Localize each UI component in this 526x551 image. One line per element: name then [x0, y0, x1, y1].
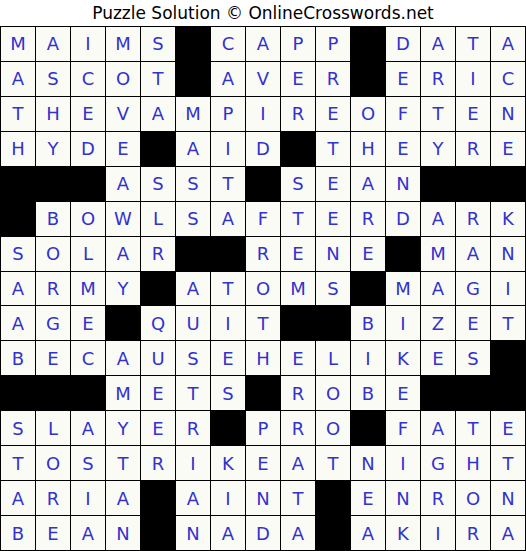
cell-r3-c6: M [176, 97, 210, 131]
cell-r5-c6: S [176, 167, 210, 201]
cell-r12-c12: F [386, 411, 420, 445]
cell-r8-c1: A [1, 272, 35, 306]
cell-r12-c10: O [316, 411, 350, 445]
cell-r10-c6: S [176, 341, 210, 375]
cell-r12-c3: A [71, 411, 105, 445]
cell-r1-c12: D [386, 27, 420, 61]
cell-r14-c6: A [176, 481, 210, 515]
cell-r5-c9: S [281, 167, 315, 201]
cell-r11-c6: T [176, 376, 210, 410]
cell-r2-c15: C [491, 62, 525, 96]
cell-r3-c10: E [316, 97, 350, 131]
cell-r13-c12: I [386, 446, 420, 480]
cell-r3-c4: V [106, 97, 140, 131]
cell-r2-c12: E [386, 62, 420, 96]
cell-r4-c8: D [246, 132, 280, 166]
cell-r8-c2: R [36, 272, 70, 306]
cell-r8-c14: G [456, 272, 490, 306]
cell-r11-c9: R [281, 376, 315, 410]
cell-r3-c5: A [141, 97, 175, 131]
black-cell-r7-c12 [386, 237, 420, 271]
cell-r12-c15: E [491, 411, 525, 445]
cell-r15-c15: A [491, 516, 525, 550]
cell-r5-c4: A [106, 167, 140, 201]
cell-r9-c13: Z [421, 306, 455, 340]
cell-r14-c2: R [36, 481, 70, 515]
cell-r5-c7: T [211, 167, 245, 201]
black-cell-r11-c14 [456, 376, 490, 410]
cell-r6-c2: B [36, 202, 70, 236]
cell-r12-c14: T [456, 411, 490, 445]
cell-r11-c10: O [316, 376, 350, 410]
cell-r3-c11: O [351, 97, 385, 131]
cell-r1-c9: P [281, 27, 315, 61]
cell-r7-c1: S [1, 237, 35, 271]
cell-r15-c2: E [36, 516, 70, 550]
cell-r6-c11: R [351, 202, 385, 236]
cell-r2-c7: A [211, 62, 245, 96]
cell-r13-c3: S [71, 446, 105, 480]
cell-r14-c15: N [491, 481, 525, 515]
cell-r14-c12: N [386, 481, 420, 515]
black-cell-r1-c6 [176, 27, 210, 61]
cell-r2-c8: V [246, 62, 280, 96]
cell-r9-c14: E [456, 306, 490, 340]
cell-r2-c1: A [1, 62, 35, 96]
black-cell-r9-c10 [316, 306, 350, 340]
cell-r3-c15: N [491, 97, 525, 131]
cell-r15-c4: N [106, 516, 140, 550]
cell-r10-c1: B [1, 341, 35, 375]
black-cell-r12-c11 [351, 411, 385, 445]
cell-r14-c4: A [106, 481, 140, 515]
cell-r6-c4: W [106, 202, 140, 236]
cell-r3-c3: E [71, 97, 105, 131]
cell-r6-c6: S [176, 202, 210, 236]
cell-r9-c8: T [246, 306, 280, 340]
cell-r8-c7: T [211, 272, 245, 306]
cell-r4-c7: I [211, 132, 245, 166]
black-cell-r5-c8 [246, 167, 280, 201]
cell-r3-c12: F [386, 97, 420, 131]
cell-r3-c9: R [281, 97, 315, 131]
cell-r4-c11: H [351, 132, 385, 166]
cell-r13-c1: T [1, 446, 35, 480]
cell-r2-c2: S [36, 62, 70, 96]
cell-r10-c5: U [141, 341, 175, 375]
cell-r6-c8: F [246, 202, 280, 236]
cell-r10-c12: K [386, 341, 420, 375]
cell-r7-c2: O [36, 237, 70, 271]
cell-r14-c3: I [71, 481, 105, 515]
cell-r6-c10: E [316, 202, 350, 236]
black-cell-r5-c1 [1, 167, 35, 201]
cell-r10-c14: S [456, 341, 490, 375]
cell-r3-c7: P [211, 97, 245, 131]
cell-r2-c4: O [106, 62, 140, 96]
cell-r8-c9: M [281, 272, 315, 306]
puzzle-solution-page: Puzzle Solution © OnlineCrosswords.net M… [0, 0, 526, 551]
cell-r7-c3: L [71, 237, 105, 271]
cell-r11-c4: M [106, 376, 140, 410]
black-cell-r11-c1 [1, 376, 35, 410]
cell-r8-c10: S [316, 272, 350, 306]
cell-r15-c14: R [456, 516, 490, 550]
black-cell-r11-c8 [246, 376, 280, 410]
cell-r2-c9: E [281, 62, 315, 96]
black-cell-r2-c11 [351, 62, 385, 96]
cell-r13-c10: T [316, 446, 350, 480]
black-cell-r15-c5 [141, 516, 175, 550]
cell-r13-c6: I [176, 446, 210, 480]
cell-r7-c5: R [141, 237, 175, 271]
cell-r15-c9: A [281, 516, 315, 550]
cell-r15-c1: B [1, 516, 35, 550]
cell-r4-c1: H [1, 132, 35, 166]
black-cell-r12-c7 [211, 411, 245, 445]
cell-r2-c10: R [316, 62, 350, 96]
cell-r3-c14: E [456, 97, 490, 131]
cell-r3-c2: H [36, 97, 70, 131]
cell-r13-c8: E [246, 446, 280, 480]
cell-r6-c13: A [421, 202, 455, 236]
black-cell-r5-c13 [421, 167, 455, 201]
cell-r7-c13: M [421, 237, 455, 271]
cell-r1-c2: A [36, 27, 70, 61]
cell-r6-c12: D [386, 202, 420, 236]
cell-r9-c6: U [176, 306, 210, 340]
cell-r15-c7: A [211, 516, 245, 550]
cell-r11-c5: E [141, 376, 175, 410]
cell-r5-c5: S [141, 167, 175, 201]
cell-r12-c4: Y [106, 411, 140, 445]
black-cell-r2-c6 [176, 62, 210, 96]
cell-r14-c11: E [351, 481, 385, 515]
cell-r8-c6: A [176, 272, 210, 306]
black-cell-r14-c10 [316, 481, 350, 515]
cell-r11-c7: S [211, 376, 245, 410]
black-cell-r5-c14 [456, 167, 490, 201]
cell-r12-c1: S [1, 411, 35, 445]
cell-r14-c9: T [281, 481, 315, 515]
cell-r4-c14: R [456, 132, 490, 166]
cell-r12-c9: R [281, 411, 315, 445]
black-cell-r10-c15 [491, 341, 525, 375]
cell-r3-c1: T [1, 97, 35, 131]
cell-r10-c4: A [106, 341, 140, 375]
cell-r10-c9: E [281, 341, 315, 375]
cell-r7-c4: A [106, 237, 140, 271]
cell-r1-c14: T [456, 27, 490, 61]
black-cell-r4-c9 [281, 132, 315, 166]
page-title: Puzzle Solution © OnlineCrosswords.net [0, 0, 526, 26]
cell-r1-c3: I [71, 27, 105, 61]
cell-r9-c3: E [71, 306, 105, 340]
black-cell-r7-c7 [211, 237, 245, 271]
cell-r2-c14: I [456, 62, 490, 96]
cell-r1-c7: C [211, 27, 245, 61]
cell-r13-c5: R [141, 446, 175, 480]
cell-r8-c12: M [386, 272, 420, 306]
black-cell-r5-c3 [71, 167, 105, 201]
cell-r10-c11: I [351, 341, 385, 375]
cell-r6-c9: T [281, 202, 315, 236]
cell-r8-c4: Y [106, 272, 140, 306]
cell-r10-c8: H [246, 341, 280, 375]
cell-r6-c7: A [211, 202, 245, 236]
cell-r15-c6: N [176, 516, 210, 550]
cell-r4-c10: T [316, 132, 350, 166]
cell-r13-c15: T [491, 446, 525, 480]
black-cell-r11-c15 [491, 376, 525, 410]
cell-r14-c7: I [211, 481, 245, 515]
cell-r8-c13: A [421, 272, 455, 306]
cell-r7-c9: E [281, 237, 315, 271]
cell-r2-c3: C [71, 62, 105, 96]
black-cell-r8-c5 [141, 272, 175, 306]
cell-r5-c10: E [316, 167, 350, 201]
cell-r13-c2: O [36, 446, 70, 480]
cell-r6-c14: R [456, 202, 490, 236]
cell-r8-c3: M [71, 272, 105, 306]
cell-r12-c13: A [421, 411, 455, 445]
cell-r14-c8: N [246, 481, 280, 515]
cell-r10-c3: C [71, 341, 105, 375]
cell-r4-c3: D [71, 132, 105, 166]
cell-r11-c12: E [386, 376, 420, 410]
cell-r13-c4: T [106, 446, 140, 480]
cell-r1-c15: A [491, 27, 525, 61]
cell-r1-c4: M [106, 27, 140, 61]
black-cell-r6-c1 [1, 202, 35, 236]
cell-r9-c5: Q [141, 306, 175, 340]
black-cell-r15-c10 [316, 516, 350, 550]
cell-r4-c15: E [491, 132, 525, 166]
black-cell-r8-c11 [351, 272, 385, 306]
cell-r1-c8: A [246, 27, 280, 61]
black-cell-r14-c5 [141, 481, 175, 515]
black-cell-r1-c11 [351, 27, 385, 61]
cell-r1-c13: A [421, 27, 455, 61]
cell-r13-c7: K [211, 446, 245, 480]
cell-r1-c5: S [141, 27, 175, 61]
cell-r13-c11: N [351, 446, 385, 480]
cell-r6-c5: L [141, 202, 175, 236]
cell-r14-c13: R [421, 481, 455, 515]
cell-r4-c13: Y [421, 132, 455, 166]
cell-r8-c8: O [246, 272, 280, 306]
cell-r12-c8: P [246, 411, 280, 445]
cell-r7-c8: R [246, 237, 280, 271]
cell-r7-c14: A [456, 237, 490, 271]
black-cell-r11-c13 [421, 376, 455, 410]
cell-r4-c12: E [386, 132, 420, 166]
cell-r5-c11: A [351, 167, 385, 201]
cell-r5-c12: N [386, 167, 420, 201]
black-cell-r5-c2 [36, 167, 70, 201]
cell-r9-c7: I [211, 306, 245, 340]
crossword-grid: MAIMSCAPPDATAASCOTAVERERICTHEVAMPIREOFTE… [0, 26, 526, 551]
cell-r2-c5: T [141, 62, 175, 96]
cell-r15-c13: I [421, 516, 455, 550]
cell-r4-c6: A [176, 132, 210, 166]
black-cell-r9-c4 [106, 306, 140, 340]
cell-r10-c10: L [316, 341, 350, 375]
cell-r1-c10: P [316, 27, 350, 61]
cell-r4-c4: E [106, 132, 140, 166]
cell-r2-c13: R [421, 62, 455, 96]
cell-r15-c8: D [246, 516, 280, 550]
cell-r15-c3: A [71, 516, 105, 550]
cell-r9-c11: B [351, 306, 385, 340]
cell-r14-c14: O [456, 481, 490, 515]
cell-r14-c1: A [1, 481, 35, 515]
cell-r12-c2: L [36, 411, 70, 445]
cell-r4-c2: Y [36, 132, 70, 166]
cell-r10-c7: E [211, 341, 245, 375]
cell-r13-c14: H [456, 446, 490, 480]
black-cell-r9-c9 [281, 306, 315, 340]
cell-r3-c13: T [421, 97, 455, 131]
cell-r1-c1: M [1, 27, 35, 61]
black-cell-r7-c6 [176, 237, 210, 271]
cell-r9-c12: I [386, 306, 420, 340]
cell-r9-c15: T [491, 306, 525, 340]
black-cell-r4-c5 [141, 132, 175, 166]
cell-r9-c2: G [36, 306, 70, 340]
cell-r10-c2: E [36, 341, 70, 375]
cell-r9-c1: A [1, 306, 35, 340]
black-cell-r5-c15 [491, 167, 525, 201]
cell-r3-c8: I [246, 97, 280, 131]
cell-r8-c15: I [491, 272, 525, 306]
cell-r11-c11: B [351, 376, 385, 410]
cell-r15-c11: A [351, 516, 385, 550]
cell-r6-c3: O [71, 202, 105, 236]
cell-r13-c9: A [281, 446, 315, 480]
cell-r6-c15: K [491, 202, 525, 236]
cell-r12-c5: E [141, 411, 175, 445]
black-cell-r11-c3 [71, 376, 105, 410]
black-cell-r11-c2 [36, 376, 70, 410]
cell-r7-c10: N [316, 237, 350, 271]
cell-r15-c12: K [386, 516, 420, 550]
cell-r13-c13: G [421, 446, 455, 480]
cell-r7-c11: E [351, 237, 385, 271]
cell-r7-c15: N [491, 237, 525, 271]
cell-r10-c13: E [421, 341, 455, 375]
cell-r12-c6: R [176, 411, 210, 445]
